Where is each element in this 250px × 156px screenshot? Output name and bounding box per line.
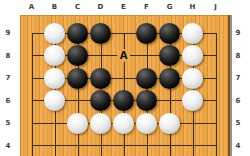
col-label-D: D [95, 2, 107, 12]
intersection-C7[interactable] [66, 67, 89, 90]
col-label-H: H [187, 2, 199, 12]
intersection-B6[interactable] [43, 89, 66, 112]
intersection-D7[interactable] [89, 67, 112, 90]
col-label-A: A [26, 2, 38, 12]
go-problem-diagram: ABCDEFGHJ 987654 987654 A [0, 0, 250, 156]
intersection-A6[interactable] [20, 89, 43, 112]
intersection-J8[interactable] [204, 44, 227, 67]
intersection-F8[interactable] [135, 44, 158, 67]
intersection-A7[interactable] [20, 67, 43, 90]
intersection-B7[interactable] [43, 67, 66, 90]
row-label-left-9: 9 [1, 28, 15, 38]
intersection-G8[interactable] [158, 44, 181, 67]
black-stone-D9 [90, 23, 111, 44]
black-stone-E6 [113, 90, 134, 111]
white-stone-E5 [113, 113, 134, 134]
intersection-G4[interactable] [158, 134, 181, 156]
intersection-F9[interactable] [135, 22, 158, 45]
white-stone-H9 [182, 23, 203, 44]
white-stone-H6 [182, 90, 203, 111]
intersection-E4[interactable] [112, 134, 135, 156]
black-stone-C7 [67, 68, 88, 89]
intersection-F7[interactable] [135, 67, 158, 90]
white-stone-B9 [44, 23, 65, 44]
intersection-A9[interactable] [20, 22, 43, 45]
black-stone-C9 [67, 23, 88, 44]
intersection-B5[interactable] [43, 112, 66, 135]
intersection-H6[interactable] [181, 89, 204, 112]
intersection-G6[interactable] [158, 89, 181, 112]
white-stone-B7 [44, 68, 65, 89]
col-label-G: G [164, 2, 176, 12]
white-stone-F5 [136, 113, 157, 134]
intersection-G5[interactable] [158, 112, 181, 135]
black-stone-G7 [159, 68, 180, 89]
black-stone-D7 [90, 68, 111, 89]
black-stone-G8 [159, 45, 180, 66]
intersection-B8[interactable] [43, 44, 66, 67]
black-stone-F9 [136, 23, 157, 44]
intersection-A4[interactable] [20, 134, 43, 156]
intersection-B9[interactable] [43, 22, 66, 45]
col-label-F: F [141, 2, 153, 12]
intersection-C5[interactable] [66, 112, 89, 135]
black-stone-F7 [136, 68, 157, 89]
annotation-label-E8: A [117, 49, 130, 62]
intersection-G7[interactable] [158, 67, 181, 90]
row-label-right-9: 9 [231, 28, 245, 38]
white-stone-H7 [182, 68, 203, 89]
white-stone-B6 [44, 90, 65, 111]
intersection-J9[interactable] [204, 22, 227, 45]
board-intersections: A [20, 22, 227, 156]
white-stone-B8 [44, 45, 65, 66]
col-label-C: C [72, 2, 84, 12]
col-label-J: J [210, 2, 222, 12]
intersection-J4[interactable] [204, 134, 227, 156]
row-label-right-4: 4 [231, 141, 245, 151]
black-stone-C8 [67, 45, 88, 66]
intersection-H4[interactable] [181, 134, 204, 156]
intersection-H5[interactable] [181, 112, 204, 135]
intersection-E7[interactable] [112, 67, 135, 90]
col-label-E: E [118, 2, 130, 12]
intersection-D5[interactable] [89, 112, 112, 135]
white-stone-D5 [90, 113, 111, 134]
intersection-E9[interactable] [112, 22, 135, 45]
row-label-left-4: 4 [1, 141, 15, 151]
go-board: A [20, 15, 230, 156]
intersection-C8[interactable] [66, 44, 89, 67]
row-label-right-6: 6 [231, 96, 245, 106]
intersection-C6[interactable] [66, 89, 89, 112]
intersection-C9[interactable] [66, 22, 89, 45]
black-stone-G9 [159, 23, 180, 44]
intersection-A5[interactable] [20, 112, 43, 135]
intersection-H9[interactable] [181, 22, 204, 45]
intersection-F4[interactable] [135, 134, 158, 156]
intersection-E8[interactable]: A [112, 44, 135, 67]
row-label-left-7: 7 [1, 73, 15, 83]
row-label-left-8: 8 [1, 51, 15, 61]
intersection-J5[interactable] [204, 112, 227, 135]
intersection-C4[interactable] [66, 134, 89, 156]
intersection-F5[interactable] [135, 112, 158, 135]
intersection-F6[interactable] [135, 89, 158, 112]
row-label-right-5: 5 [231, 118, 245, 128]
row-label-right-7: 7 [231, 73, 245, 83]
white-stone-G5 [159, 113, 180, 134]
row-label-left-5: 5 [1, 118, 15, 128]
intersection-J7[interactable] [204, 67, 227, 90]
white-stone-C5 [67, 113, 88, 134]
intersection-B4[interactable] [43, 134, 66, 156]
intersection-H8[interactable] [181, 44, 204, 67]
black-stone-D6 [90, 90, 111, 111]
intersection-D8[interactable] [89, 44, 112, 67]
intersection-D9[interactable] [89, 22, 112, 45]
row-label-left-6: 6 [1, 96, 15, 106]
intersection-G9[interactable] [158, 22, 181, 45]
intersection-D6[interactable] [89, 89, 112, 112]
intersection-E6[interactable] [112, 89, 135, 112]
intersection-H7[interactable] [181, 67, 204, 90]
row-label-right-8: 8 [231, 51, 245, 61]
white-stone-H8 [182, 45, 203, 66]
intersection-A8[interactable] [20, 44, 43, 67]
intersection-D4[interactable] [89, 134, 112, 156]
intersection-J6[interactable] [204, 89, 227, 112]
intersection-E5[interactable] [112, 112, 135, 135]
black-stone-F6 [136, 90, 157, 111]
col-label-B: B [49, 2, 61, 12]
